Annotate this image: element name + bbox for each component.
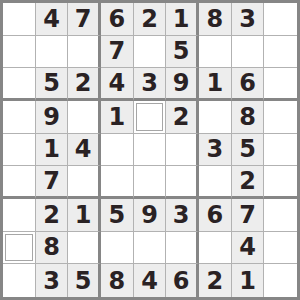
cell-r7c1[interactable] (3, 199, 36, 232)
cell-r2c5[interactable] (134, 36, 167, 69)
cell-r8c4[interactable] (101, 232, 134, 265)
cell-r3c4: 4 (101, 68, 134, 101)
cell-r2c4: 7 (101, 36, 134, 69)
cell-r1c1[interactable] (3, 3, 36, 36)
cell-r7c9[interactable] (264, 199, 297, 232)
cell-r8c7[interactable] (199, 232, 232, 265)
cell-r5c2: 1 (36, 134, 69, 167)
cell-r3c9[interactable] (264, 68, 297, 101)
cell-r5c9[interactable] (264, 134, 297, 167)
cell-r2c8[interactable] (232, 36, 265, 69)
cell-r6c6[interactable] (166, 166, 199, 199)
sudoku-board: 4762183755243916912814357221593678435846… (0, 0, 300, 300)
cell-r1c8: 3 (232, 3, 265, 36)
cell-r6c3[interactable] (68, 166, 101, 199)
cell-r3c5: 3 (134, 68, 167, 101)
cell-r7c5: 9 (134, 199, 167, 232)
cell-r4c9[interactable] (264, 101, 297, 134)
cell-r3c7: 1 (199, 68, 232, 101)
cell-r8c9[interactable] (264, 232, 297, 265)
cell-r4c2: 9 (36, 101, 69, 134)
cell-r4c1[interactable] (3, 101, 36, 134)
cell-r9c9[interactable] (264, 264, 297, 297)
selected-cell-indicator[interactable] (5, 234, 33, 262)
selected-cell-indicator[interactable] (136, 103, 164, 131)
cell-r1c4: 6 (101, 3, 134, 36)
cell-r1c7: 8 (199, 3, 232, 36)
cell-r4c5[interactable] (134, 101, 167, 134)
cell-r4c4: 1 (101, 101, 134, 134)
cell-r8c6[interactable] (166, 232, 199, 265)
cell-r3c8: 6 (232, 68, 265, 101)
cell-r3c6: 9 (166, 68, 199, 101)
cell-r6c1[interactable] (3, 166, 36, 199)
cell-r5c1[interactable] (3, 134, 36, 167)
cell-r8c8: 4 (232, 232, 265, 265)
cell-r4c3[interactable] (68, 101, 101, 134)
cell-r1c6: 1 (166, 3, 199, 36)
cell-r9c4: 8 (101, 264, 134, 297)
cell-r9c7: 2 (199, 264, 232, 297)
cell-r1c2: 4 (36, 3, 69, 36)
cell-r7c3: 1 (68, 199, 101, 232)
cell-r2c2[interactable] (36, 36, 69, 69)
cell-r3c1[interactable] (3, 68, 36, 101)
cell-r9c8: 1 (232, 264, 265, 297)
cell-r5c6[interactable] (166, 134, 199, 167)
cell-r5c4[interactable] (101, 134, 134, 167)
cell-r7c4: 5 (101, 199, 134, 232)
cell-r8c1[interactable] (3, 232, 36, 265)
cell-r6c2: 7 (36, 166, 69, 199)
cell-r5c8: 5 (232, 134, 265, 167)
cell-r8c2: 8 (36, 232, 69, 265)
cell-r1c9[interactable] (264, 3, 297, 36)
cell-r5c3: 4 (68, 134, 101, 167)
cell-r4c6: 2 (166, 101, 199, 134)
cell-r8c5[interactable] (134, 232, 167, 265)
cell-r9c1[interactable] (3, 264, 36, 297)
cell-r7c2: 2 (36, 199, 69, 232)
cell-r9c2: 3 (36, 264, 69, 297)
cell-r9c5: 4 (134, 264, 167, 297)
cell-r9c3: 5 (68, 264, 101, 297)
cell-r4c7[interactable] (199, 101, 232, 134)
cell-r2c9[interactable] (264, 36, 297, 69)
cell-r8c3[interactable] (68, 232, 101, 265)
cell-r7c7: 6 (199, 199, 232, 232)
cell-r6c9[interactable] (264, 166, 297, 199)
cell-r6c5[interactable] (134, 166, 167, 199)
cell-r7c6: 3 (166, 199, 199, 232)
cell-r6c7[interactable] (199, 166, 232, 199)
cell-r4c8: 8 (232, 101, 265, 134)
cell-r9c6: 6 (166, 264, 199, 297)
cell-r1c5: 2 (134, 3, 167, 36)
cell-r2c1[interactable] (3, 36, 36, 69)
cell-r5c5[interactable] (134, 134, 167, 167)
cell-r5c7: 3 (199, 134, 232, 167)
cell-r7c8: 7 (232, 199, 265, 232)
cell-r3c2: 5 (36, 68, 69, 101)
cell-r2c3[interactable] (68, 36, 101, 69)
cell-r6c4[interactable] (101, 166, 134, 199)
cell-r6c8: 2 (232, 166, 265, 199)
cell-r2c6: 5 (166, 36, 199, 69)
cell-r3c3: 2 (68, 68, 101, 101)
cell-r2c7[interactable] (199, 36, 232, 69)
cell-r1c3: 7 (68, 3, 101, 36)
